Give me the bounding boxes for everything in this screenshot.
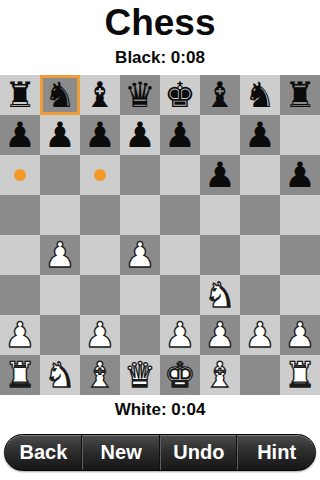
square-g7[interactable]: ♟	[240, 115, 280, 155]
black-pawn-f6: ♟	[204, 155, 235, 195]
square-d4[interactable]: ♟	[120, 235, 160, 275]
square-g1[interactable]	[240, 355, 280, 395]
square-c7[interactable]: ♟	[80, 115, 120, 155]
square-h8[interactable]: ♜	[280, 75, 320, 115]
black-rook-a8: ♜	[4, 75, 35, 115]
white-queen-d1: ♛	[124, 355, 155, 395]
square-g6[interactable]	[240, 155, 280, 195]
black-pawn-g7: ♟	[244, 115, 275, 155]
square-b2[interactable]	[40, 315, 80, 355]
square-e6[interactable]	[160, 155, 200, 195]
white-pawn-e2: ♟	[164, 315, 195, 355]
hint-button[interactable]: Hint	[237, 435, 315, 470]
square-f5[interactable]	[200, 195, 240, 235]
square-d1[interactable]: ♛	[120, 355, 160, 395]
square-g8[interactable]: ♞	[240, 75, 280, 115]
toolbar: Back New Undo Hint	[4, 434, 316, 471]
white-pawn-c2: ♟	[84, 315, 115, 355]
white-pawn-b4: ♟	[44, 235, 75, 275]
square-g2[interactable]: ♟	[240, 315, 280, 355]
page-title: Chess	[0, 2, 320, 44]
square-a2[interactable]: ♟	[0, 315, 40, 355]
square-h3[interactable]	[280, 275, 320, 315]
square-e7[interactable]: ♟	[160, 115, 200, 155]
white-bishop-f1: ♝	[204, 355, 235, 395]
square-f6[interactable]: ♟	[200, 155, 240, 195]
square-d7[interactable]: ♟	[120, 115, 160, 155]
square-b7[interactable]: ♟	[40, 115, 80, 155]
square-a3[interactable]	[0, 275, 40, 315]
square-f3[interactable]: ♞	[200, 275, 240, 315]
white-pawn-d4: ♟	[124, 235, 155, 275]
square-b8[interactable]: ♞	[40, 75, 80, 115]
black-pawn-c7: ♟	[84, 115, 115, 155]
white-pawn-f2: ♟	[204, 315, 235, 355]
square-h6[interactable]: ♟	[280, 155, 320, 195]
square-e5[interactable]	[160, 195, 200, 235]
square-e1[interactable]: ♚	[160, 355, 200, 395]
square-e2[interactable]: ♟	[160, 315, 200, 355]
black-bishop-f8: ♝	[204, 75, 235, 115]
undo-button[interactable]: Undo	[160, 435, 238, 470]
square-c5[interactable]	[80, 195, 120, 235]
square-h2[interactable]: ♟	[280, 315, 320, 355]
square-e8[interactable]: ♚	[160, 75, 200, 115]
square-a1[interactable]: ♜	[0, 355, 40, 395]
square-e4[interactable]	[160, 235, 200, 275]
black-rook-h8: ♜	[284, 75, 315, 115]
square-c6[interactable]	[80, 155, 120, 195]
black-pawn-d7: ♟	[124, 115, 155, 155]
white-bishop-c1: ♝	[84, 355, 115, 395]
white-pawn-h2: ♟	[284, 315, 315, 355]
square-a8[interactable]: ♜	[0, 75, 40, 115]
square-h4[interactable]	[280, 235, 320, 275]
square-f4[interactable]	[200, 235, 240, 275]
square-a5[interactable]	[0, 195, 40, 235]
square-b4[interactable]: ♟	[40, 235, 80, 275]
square-h7[interactable]	[280, 115, 320, 155]
square-c8[interactable]: ♝	[80, 75, 120, 115]
square-e3[interactable]	[160, 275, 200, 315]
square-g4[interactable]	[240, 235, 280, 275]
square-a6[interactable]	[0, 155, 40, 195]
square-a4[interactable]	[0, 235, 40, 275]
white-knight-f3: ♞	[204, 275, 235, 315]
black-pawn-e7: ♟	[164, 115, 195, 155]
square-b6[interactable]	[40, 155, 80, 195]
square-d6[interactable]	[120, 155, 160, 195]
square-c4[interactable]	[80, 235, 120, 275]
square-a7[interactable]: ♟	[0, 115, 40, 155]
square-f2[interactable]: ♟	[200, 315, 240, 355]
black-king-e8: ♚	[164, 75, 195, 115]
black-queen-d8: ♛	[124, 75, 155, 115]
square-h5[interactable]	[280, 195, 320, 235]
square-d8[interactable]: ♛	[120, 75, 160, 115]
white-rook-a1: ♜	[4, 355, 35, 395]
black-knight-g8: ♞	[244, 75, 275, 115]
black-clock: Black: 0:08	[0, 48, 320, 68]
white-king-e1: ♚	[164, 355, 195, 395]
white-pawn-a2: ♟	[4, 315, 35, 355]
square-f8[interactable]: ♝	[200, 75, 240, 115]
black-bishop-c8: ♝	[84, 75, 115, 115]
square-d3[interactable]	[120, 275, 160, 315]
white-knight-b1: ♞	[44, 355, 75, 395]
square-d5[interactable]	[120, 195, 160, 235]
square-d2[interactable]	[120, 315, 160, 355]
square-c2[interactable]: ♟	[80, 315, 120, 355]
new-button[interactable]: New	[82, 435, 160, 470]
chess-board: ♜♞♝♛♚♝♞♜♟♟♟♟♟♟♟♟♟♟♞♟♟♟♟♟♟♜♞♝♛♚♝♜	[0, 75, 320, 395]
square-h1[interactable]: ♜	[280, 355, 320, 395]
square-f1[interactable]: ♝	[200, 355, 240, 395]
black-pawn-b7: ♟	[44, 115, 75, 155]
legal-move-dot-a6	[14, 169, 26, 181]
square-c3[interactable]	[80, 275, 120, 315]
white-pawn-g2: ♟	[244, 315, 275, 355]
black-pawn-a7: ♟	[4, 115, 35, 155]
white-rook-h1: ♜	[284, 355, 315, 395]
back-button[interactable]: Back	[5, 435, 82, 470]
square-b1[interactable]: ♞	[40, 355, 80, 395]
legal-move-dot-c6	[94, 169, 106, 181]
square-c1[interactable]: ♝	[80, 355, 120, 395]
square-b5[interactable]	[40, 195, 80, 235]
square-b3[interactable]	[40, 275, 80, 315]
black-pawn-h6: ♟	[284, 155, 315, 195]
square-g3[interactable]	[240, 275, 280, 315]
square-f7[interactable]	[200, 115, 240, 155]
white-clock: White: 0:04	[0, 400, 320, 420]
black-knight-b8: ♞	[44, 75, 75, 115]
square-g5[interactable]	[240, 195, 280, 235]
